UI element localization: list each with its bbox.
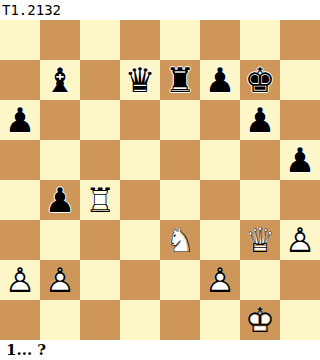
square-e8[interactable] — [160, 20, 200, 60]
square-d5[interactable] — [120, 140, 160, 180]
white-rook-piece: ♜♖ — [80, 180, 120, 220]
black-pawn-piece: ♟ — [0, 100, 40, 140]
square-e4[interactable] — [160, 180, 200, 220]
square-b4[interactable]: ♟ — [40, 180, 80, 220]
square-d6[interactable] — [120, 100, 160, 140]
chess-board: ♝♛♜♟♚♟♟♟♟♜♖♞♘♛♕♟♙♟♙♟♙♟♙♚♔ — [0, 20, 320, 340]
square-g2[interactable] — [240, 260, 280, 300]
square-h5[interactable]: ♟ — [280, 140, 320, 180]
move-prompt: 1... ? — [6, 341, 46, 359]
square-c4[interactable]: ♜♖ — [80, 180, 120, 220]
square-b5[interactable] — [40, 140, 80, 180]
square-f8[interactable] — [200, 20, 240, 60]
square-c7[interactable] — [80, 60, 120, 100]
square-h4[interactable] — [280, 180, 320, 220]
square-d7[interactable]: ♛ — [120, 60, 160, 100]
puzzle-id: T1.2132 — [2, 2, 61, 18]
square-c6[interactable] — [80, 100, 120, 140]
black-pawn-piece: ♟ — [40, 180, 80, 220]
square-e3[interactable]: ♞♘ — [160, 220, 200, 260]
white-pawn-piece: ♟♙ — [40, 260, 80, 300]
white-pawn-piece: ♟♙ — [200, 260, 240, 300]
square-g1[interactable]: ♚♔ — [240, 300, 280, 340]
square-c1[interactable] — [80, 300, 120, 340]
square-g8[interactable] — [240, 20, 280, 60]
square-a4[interactable] — [0, 180, 40, 220]
black-pawn-piece: ♟ — [240, 100, 280, 140]
square-g4[interactable] — [240, 180, 280, 220]
white-pawn-piece: ♟♙ — [280, 220, 320, 260]
square-f5[interactable] — [200, 140, 240, 180]
black-pawn-piece: ♟ — [200, 60, 240, 100]
footer-bar: 1... ? — [0, 340, 320, 360]
square-f3[interactable] — [200, 220, 240, 260]
square-h1[interactable] — [280, 300, 320, 340]
square-c2[interactable] — [80, 260, 120, 300]
black-king-piece: ♚ — [240, 60, 280, 100]
square-h6[interactable] — [280, 100, 320, 140]
square-e7[interactable]: ♜ — [160, 60, 200, 100]
square-e5[interactable] — [160, 140, 200, 180]
square-g3[interactable]: ♛♕ — [240, 220, 280, 260]
square-f7[interactable]: ♟ — [200, 60, 240, 100]
square-a6[interactable]: ♟ — [0, 100, 40, 140]
square-c8[interactable] — [80, 20, 120, 60]
square-a8[interactable] — [0, 20, 40, 60]
square-a5[interactable] — [0, 140, 40, 180]
black-bishop-piece: ♝ — [40, 60, 80, 100]
white-queen-piece: ♛♕ — [240, 220, 280, 260]
square-b7[interactable]: ♝ — [40, 60, 80, 100]
white-king-piece: ♚♔ — [240, 300, 280, 340]
square-g6[interactable]: ♟ — [240, 100, 280, 140]
square-b3[interactable] — [40, 220, 80, 260]
square-h3[interactable]: ♟♙ — [280, 220, 320, 260]
square-d1[interactable] — [120, 300, 160, 340]
square-c3[interactable] — [80, 220, 120, 260]
square-b2[interactable]: ♟♙ — [40, 260, 80, 300]
black-rook-piece: ♜ — [160, 60, 200, 100]
square-b6[interactable] — [40, 100, 80, 140]
square-b8[interactable] — [40, 20, 80, 60]
square-e2[interactable] — [160, 260, 200, 300]
square-e6[interactable] — [160, 100, 200, 140]
white-knight-piece: ♞♘ — [160, 220, 200, 260]
square-c5[interactable] — [80, 140, 120, 180]
square-h8[interactable] — [280, 20, 320, 60]
square-e1[interactable] — [160, 300, 200, 340]
square-d4[interactable] — [120, 180, 160, 220]
square-g7[interactable]: ♚ — [240, 60, 280, 100]
white-pawn-piece: ♟♙ — [0, 260, 40, 300]
square-f2[interactable]: ♟♙ — [200, 260, 240, 300]
square-a2[interactable]: ♟♙ — [0, 260, 40, 300]
square-a7[interactable] — [0, 60, 40, 100]
chess-puzzle-app: T1.2132 ♝♛♜♟♚♟♟♟♟♜♖♞♘♛♕♟♙♟♙♟♙♟♙♚♔ 1... ? — [0, 0, 320, 360]
square-f4[interactable] — [200, 180, 240, 220]
square-g5[interactable] — [240, 140, 280, 180]
black-pawn-piece: ♟ — [280, 140, 320, 180]
black-queen-piece: ♛ — [120, 60, 160, 100]
square-a3[interactable] — [0, 220, 40, 260]
square-d3[interactable] — [120, 220, 160, 260]
square-d2[interactable] — [120, 260, 160, 300]
square-h2[interactable] — [280, 260, 320, 300]
header-bar: T1.2132 — [0, 0, 320, 20]
square-h7[interactable] — [280, 60, 320, 100]
square-b1[interactable] — [40, 300, 80, 340]
square-f6[interactable] — [200, 100, 240, 140]
square-a1[interactable] — [0, 300, 40, 340]
square-f1[interactable] — [200, 300, 240, 340]
square-d8[interactable] — [120, 20, 160, 60]
